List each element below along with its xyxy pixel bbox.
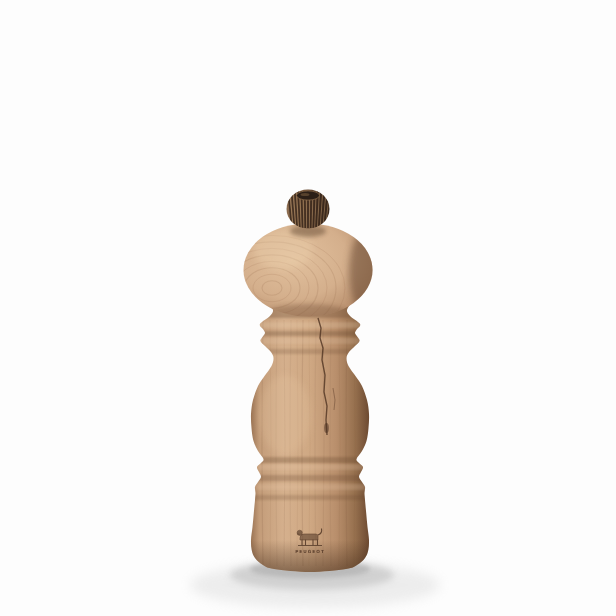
stamp-brand-text: PEUGEOT: [295, 549, 325, 554]
product-photo: PEUGEOT: [0, 0, 616, 616]
wood-knot: [324, 423, 329, 433]
mill-knob: [287, 190, 330, 229]
pepper-mill-illustration: PEUGEOT: [0, 0, 616, 616]
